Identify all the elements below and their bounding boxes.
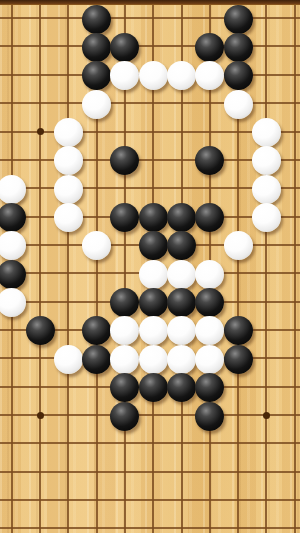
black-stone (82, 345, 111, 374)
black-stone (82, 61, 111, 90)
white-stone (110, 316, 139, 345)
white-stone (139, 345, 168, 374)
go-board[interactable] (0, 0, 300, 533)
white-stone (110, 61, 139, 90)
black-stone (0, 203, 26, 232)
white-stone (252, 203, 281, 232)
white-stone (252, 146, 281, 175)
black-stone (110, 33, 139, 62)
white-stone (195, 61, 224, 90)
star-point (37, 128, 44, 135)
black-stone (82, 5, 111, 34)
black-stone (110, 288, 139, 317)
go-app-screen (0, 0, 300, 533)
black-stone (167, 373, 196, 402)
white-stone (0, 288, 26, 317)
grid-line-horizontal-0 (0, 17, 300, 19)
white-stone (224, 231, 253, 260)
black-stone (110, 203, 139, 232)
black-stone (195, 288, 224, 317)
white-stone (54, 118, 83, 147)
black-stone (167, 203, 196, 232)
grid-line-horizontal-1 (0, 45, 300, 47)
grid-line-vertical-2 (67, 0, 69, 533)
black-stone (195, 33, 224, 62)
black-stone (82, 316, 111, 345)
white-stone (54, 345, 83, 374)
white-stone (252, 118, 281, 147)
grid-line-horizontal-18 (0, 527, 300, 529)
black-stone (139, 231, 168, 260)
white-stone (0, 231, 26, 260)
white-stone (195, 316, 224, 345)
white-stone (110, 345, 139, 374)
white-stone (82, 231, 111, 260)
white-stone (54, 203, 83, 232)
black-stone (139, 288, 168, 317)
white-stone (167, 345, 196, 374)
white-stone (54, 175, 83, 204)
black-stone (195, 402, 224, 431)
grid-line-horizontal-16 (0, 471, 300, 473)
black-stone (224, 345, 253, 374)
white-stone (195, 260, 224, 289)
white-stone (252, 175, 281, 204)
black-stone (167, 231, 196, 260)
board-top-edge (0, 0, 300, 5)
white-stone (167, 316, 196, 345)
grid-line-horizontal-14 (0, 414, 300, 416)
black-stone (224, 316, 253, 345)
white-stone (195, 345, 224, 374)
white-stone (0, 175, 26, 204)
grid-line-horizontal-15 (0, 442, 300, 444)
black-stone (110, 373, 139, 402)
star-point (37, 412, 44, 419)
black-stone (110, 146, 139, 175)
white-stone (167, 61, 196, 90)
black-stone (26, 316, 55, 345)
black-stone (224, 33, 253, 62)
white-stone (139, 316, 168, 345)
black-stone (139, 203, 168, 232)
black-stone (0, 260, 26, 289)
star-point (263, 412, 270, 419)
white-stone (82, 90, 111, 119)
white-stone (224, 90, 253, 119)
grid-line-vertical-9 (265, 0, 267, 533)
black-stone (195, 373, 224, 402)
grid-line-vertical-10 (294, 0, 296, 533)
grid-line-horizontal-17 (0, 499, 300, 501)
white-stone (54, 146, 83, 175)
black-stone (110, 402, 139, 431)
black-stone (139, 373, 168, 402)
black-stone (224, 5, 253, 34)
black-stone (82, 33, 111, 62)
white-stone (139, 61, 168, 90)
grid-line-horizontal-3 (0, 102, 300, 104)
black-stone (224, 61, 253, 90)
white-stone (167, 260, 196, 289)
black-stone (195, 146, 224, 175)
black-stone (195, 203, 224, 232)
grid-line-vertical-1 (39, 0, 41, 533)
white-stone (139, 260, 168, 289)
black-stone (167, 288, 196, 317)
